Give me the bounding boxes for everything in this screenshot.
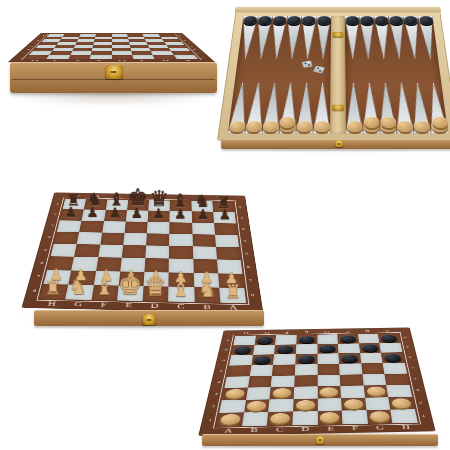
board-square: [296, 344, 317, 354]
coordinate-letter: C: [116, 195, 121, 199]
checkers-scene: ABCDEFGHABCDEFGH8765432187654321: [188, 298, 450, 450]
point-tip-dot: [400, 83, 403, 85]
board-square: [294, 386, 318, 399]
coordinate-number: 7: [406, 346, 409, 349]
board-square: [100, 232, 124, 245]
board-square: [169, 234, 192, 247]
closed-box-lid: HGFEDCBA1234567812345678: [9, 33, 214, 62]
backgammon-centre-bar: [330, 16, 346, 133]
board-square: [74, 244, 100, 257]
board-square: [275, 335, 296, 345]
coordinate-letter: E: [125, 302, 132, 309]
board-square: [65, 284, 93, 300]
coordinate-letter: F: [178, 196, 182, 200]
coordinate-number: 7: [196, 53, 200, 54]
coordinate-number: 3: [416, 389, 420, 392]
wood-checker: [346, 121, 362, 132]
coordinate-number: 6: [247, 265, 251, 269]
checkers-view: ABCDEFGHABCDEFGH8765432187654321: [188, 298, 450, 450]
coordinate-letter: G: [264, 331, 270, 334]
board-square: [272, 364, 295, 375]
board-square: [340, 374, 364, 386]
board-square: [292, 411, 317, 425]
board-square: [123, 233, 147, 246]
coordinate-letter: G: [74, 301, 83, 308]
board-square: [192, 234, 216, 247]
board-square: [249, 365, 273, 376]
point-tip-dot: [416, 83, 419, 85]
board-square: [63, 199, 87, 210]
coordinate-number: 1: [421, 414, 425, 418]
coordinate-number: 1: [238, 206, 241, 209]
board-square: [169, 272, 194, 287]
black-checker: [345, 16, 359, 25]
black-checker: [419, 16, 434, 25]
board-square: [169, 222, 192, 234]
coordinate-letter: D: [301, 426, 309, 432]
board-square: [144, 258, 169, 272]
coordinate-number: 1: [42, 35, 45, 36]
board-square: [124, 221, 147, 233]
black-checker: [317, 16, 331, 25]
coordinate-letter: C: [276, 426, 284, 432]
backgammon-view: [225, 0, 450, 150]
point-tip-dot: [275, 57, 278, 59]
board-square: [68, 270, 95, 285]
board-square: [117, 285, 144, 301]
board-square: [317, 375, 340, 387]
board-square: [170, 201, 192, 212]
coordinate-letter: A: [224, 427, 233, 433]
point-tip-dot: [382, 57, 385, 59]
coordinate-number: 2: [53, 213, 57, 216]
coordinate-letter: G: [376, 425, 385, 431]
coordinate-number: 5: [30, 46, 34, 47]
coordinate-letter: B: [250, 427, 258, 433]
point-tip-dot: [241, 83, 244, 85]
backgammon-field-right: [345, 16, 448, 133]
point-tip-dot: [368, 83, 371, 85]
board-square: [57, 220, 82, 232]
board-square: [212, 201, 234, 212]
coordinate-letter: F: [285, 331, 289, 334]
brass-clasp-icon: [105, 65, 122, 79]
board-square: [148, 211, 170, 222]
board-square: [192, 246, 216, 259]
coordinate-number: 2: [180, 37, 183, 38]
board-square: [127, 200, 149, 211]
board-square: [170, 211, 192, 222]
board-square: [40, 284, 69, 299]
point-tip-dot: [273, 83, 276, 85]
board-square: [317, 398, 342, 411]
point-tip-dot: [429, 57, 432, 59]
board-square: [383, 363, 407, 374]
box-seam: [12, 79, 215, 80]
coordinate-number: 4: [243, 239, 247, 242]
coordinate-letter: H: [219, 197, 225, 201]
wood-checker: [397, 121, 414, 132]
board-square: [338, 343, 360, 353]
coordinate-number: 3: [214, 392, 218, 395]
coordinate-letter: H: [243, 331, 249, 334]
point-tip-dot: [257, 83, 260, 85]
brass-latch-icon: [335, 140, 344, 147]
coordinate-number: 4: [33, 43, 37, 44]
board-square: [224, 376, 249, 388]
coordinate-number: 7: [36, 275, 40, 279]
coordinate-letter: F: [352, 425, 359, 431]
board-square: [217, 260, 243, 274]
coordinate-letter: F: [100, 301, 107, 308]
board-square: [271, 375, 295, 387]
coordinate-number: 5: [189, 46, 193, 47]
closed-box-front-panel: [10, 62, 217, 93]
coordinate-number: 1: [208, 418, 212, 422]
point-tip-dot: [291, 57, 294, 59]
board-square: [362, 374, 386, 386]
coordinate-number: 4: [217, 381, 221, 384]
coordinate-number: 6: [222, 359, 226, 362]
checkers-board: ABCDEFGHABCDEFGH8765432187654321: [199, 328, 434, 435]
wood-checker: [380, 117, 397, 128]
black-checker: [360, 16, 374, 25]
board-square: [340, 386, 364, 398]
closed-box-view: HGFEDCBA1234567812345678: [4, 2, 219, 107]
coordinate-number: 2: [211, 405, 215, 409]
point-tip-dot: [289, 83, 292, 85]
board-square: [361, 363, 385, 374]
board-square: [391, 409, 418, 423]
board-square: [193, 259, 218, 273]
board-square: [218, 273, 244, 288]
coordinate-number: 2: [418, 401, 422, 405]
board-square: [233, 336, 255, 346]
board-square: [98, 245, 123, 258]
coordinate-letter: E: [158, 196, 163, 200]
wood-checker: [414, 121, 431, 132]
coordinate-number: 2: [240, 216, 243, 219]
coordinate-letter: A: [385, 329, 391, 332]
board-square: [248, 376, 272, 388]
board-square: [214, 223, 238, 235]
board-square: [146, 233, 169, 246]
point-tip-dot: [413, 57, 416, 59]
coordinate-number: 3: [36, 40, 40, 41]
coordinate-letter: D: [151, 302, 159, 309]
board-square: [47, 256, 74, 270]
coordinate-number: 7: [249, 279, 253, 283]
board-square: [294, 375, 317, 387]
board-square: [380, 343, 403, 353]
coordinate-letter: H: [401, 424, 410, 430]
board-square: [193, 273, 219, 288]
board-square: [339, 363, 362, 374]
brass-latch-icon: [316, 436, 325, 444]
point-tip-dot: [244, 57, 247, 59]
board-square: [84, 199, 107, 210]
board-square: [215, 235, 239, 248]
point-tip-dot: [321, 83, 324, 85]
black-checker: [404, 16, 419, 25]
coordinate-letter: H: [47, 300, 56, 307]
board-square: [122, 245, 147, 258]
board-square: [93, 271, 120, 286]
point-tip-dot: [306, 57, 309, 59]
coordinate-number: 7: [224, 349, 228, 352]
point-tip-dot: [432, 83, 435, 85]
board-square: [82, 210, 106, 221]
board-square: [273, 354, 296, 365]
board-square: [143, 286, 169, 302]
coordinate-letter: B: [365, 330, 370, 333]
coordinate-letter: C: [177, 303, 184, 310]
wood-checker: [431, 117, 448, 128]
backgammon-scene: [225, 0, 450, 150]
wood-checker: [314, 121, 330, 132]
checkers-box-edge: [202, 434, 438, 446]
board-square: [360, 353, 383, 364]
board-square: [144, 272, 169, 287]
wood-checker: [363, 117, 379, 128]
coordinate-number: 5: [219, 370, 223, 373]
die-icon: [301, 60, 313, 68]
coordinate-number: 5: [44, 248, 48, 251]
black-checker: [375, 16, 389, 25]
point-tip-dot: [352, 83, 355, 85]
coordinate-number: 6: [192, 49, 196, 50]
point-tip-dot: [351, 57, 354, 59]
coordinate-number: 8: [404, 337, 407, 340]
board-square: [229, 355, 253, 366]
board-square: [385, 373, 410, 385]
brass-clasp-icon: [143, 314, 156, 325]
coordinate-number: 1: [178, 35, 181, 36]
coordinate-letter: C: [345, 330, 350, 333]
point-tip-dot: [322, 57, 325, 59]
board-square: [317, 353, 339, 364]
board-square: [268, 399, 293, 412]
coordinate-letter: E: [327, 425, 334, 431]
board-square: [227, 365, 251, 376]
coordinate-number: 8: [200, 57, 205, 58]
coordinate-number: 3: [241, 228, 244, 231]
board-square: [242, 412, 269, 426]
point-tip-dot: [260, 57, 263, 59]
board-square: [191, 201, 213, 212]
black-checker: [389, 16, 403, 25]
brass-hinge-icon: [333, 32, 344, 37]
board-square: [44, 270, 72, 285]
board-square: [216, 247, 241, 260]
board-square: [60, 209, 84, 220]
board-square: [145, 245, 169, 258]
board-square: [118, 271, 144, 286]
backgammon-board: [218, 11, 450, 140]
coordinate-letter: D: [136, 195, 141, 199]
board-frame: HGFEDCBAHGFEDCBA1234567812345678: [23, 193, 263, 313]
board-square: [317, 364, 340, 375]
coordinate-number: 5: [411, 366, 415, 369]
point-tip-dot: [305, 83, 308, 85]
coordinate-number: 1: [56, 202, 60, 205]
coordinate-number: 5: [245, 252, 249, 255]
die-icon: [313, 65, 326, 73]
coordinate-letter: D: [324, 330, 329, 333]
board-square: [342, 410, 368, 424]
coordinate-number: 6: [408, 356, 412, 359]
board-square: [169, 259, 193, 273]
board-square: [213, 212, 236, 223]
board-square: [219, 400, 246, 413]
board-square: [191, 211, 213, 222]
chess-board: HGFEDCBAHGFEDCBA1234567812345678♜♞♝♚♛♝♞♜…: [23, 193, 263, 313]
coordinate-letter: G: [198, 196, 203, 200]
coordinate-number: 4: [186, 43, 190, 44]
board-grid: [40, 199, 246, 303]
coordinate-number: 3: [50, 224, 54, 227]
board-square: [91, 285, 118, 301]
board-square: [126, 210, 149, 221]
point-tip-dot: [367, 57, 370, 59]
coordinate-number: 3: [183, 40, 187, 41]
board-square: [253, 345, 276, 355]
point-tip-dot: [384, 83, 387, 85]
board-square: [192, 222, 215, 234]
board-square: [51, 244, 77, 257]
coordinate-number: 8: [32, 289, 36, 293]
product-photo-canvas: HGFEDCBA1234567812345678 HGFEDCBAHGFEDCB…: [0, 0, 450, 450]
backgammon-field-left: [228, 16, 331, 133]
coordinate-number: 2: [39, 37, 42, 38]
board-square: [71, 257, 97, 271]
board-square: [104, 210, 127, 221]
board-square: [54, 232, 80, 245]
board-frame: HGFEDCBA1234567812345678: [9, 33, 214, 62]
board-square: [295, 364, 318, 375]
coordinate-number: 4: [413, 377, 417, 380]
board-square: [148, 200, 170, 211]
coordinate-number: 8: [226, 339, 229, 342]
coordinate-number: 7: [22, 53, 26, 54]
point-tip-dot: [398, 57, 401, 59]
board-grid: [25, 34, 199, 59]
board-square: [147, 222, 170, 234]
board-square: [387, 385, 413, 397]
board-square: [120, 258, 145, 272]
board-square: [358, 334, 380, 344]
brass-hinge-icon: [332, 105, 344, 111]
coordinate-number: 6: [26, 49, 30, 50]
coordinate-number: 4: [47, 236, 51, 239]
board-square: [365, 397, 391, 410]
board-square: [169, 246, 193, 259]
board-square: [246, 387, 271, 400]
board-square: [102, 221, 126, 233]
board-square: [79, 221, 103, 233]
coordinate-letter: A: [74, 194, 80, 198]
coordinate-number: 8: [18, 57, 23, 58]
board-square: [96, 257, 122, 271]
coordinate-letter: B: [95, 195, 100, 199]
open-lid-far-wall: [235, 7, 442, 12]
board-square: [105, 199, 128, 210]
board-square: [317, 334, 338, 344]
coordinate-letter: E: [304, 331, 308, 334]
board-square: [77, 232, 102, 245]
coordinate-number: 6: [40, 261, 44, 265]
